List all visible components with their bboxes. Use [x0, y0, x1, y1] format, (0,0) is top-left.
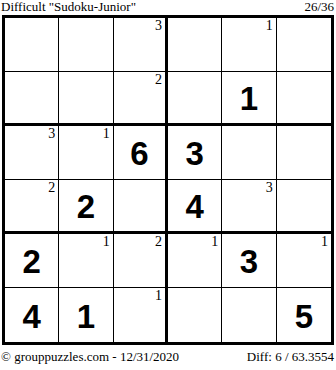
given-digit: 5 [295, 298, 313, 333]
cell-r3c5[interactable] [222, 126, 276, 180]
cell-r1c2[interactable] [59, 18, 113, 72]
pencil-mark: 3 [155, 18, 162, 33]
pencil-mark: 1 [103, 234, 110, 249]
footer: © grouppuzzles.com - 12/31/2020 Diff: 6 … [0, 349, 336, 369]
given-digit: 2 [77, 188, 95, 223]
copyright-text: © grouppuzzles.com - 12/31/2020 [0, 349, 179, 365]
cell-r2c6[interactable] [277, 72, 331, 126]
given-digit: 1 [240, 80, 258, 115]
header: Difficult "Sudoku-Junior" 26/36 [0, 0, 336, 15]
cell-r2c2[interactable] [59, 72, 113, 126]
cell-r6c3[interactable]: 1 [114, 288, 168, 342]
pencil-mark: 2 [155, 234, 162, 249]
cell-r3c6[interactable] [277, 126, 331, 180]
cell-r2c4[interactable] [168, 72, 222, 126]
cell-r1c3[interactable]: 3 [114, 18, 168, 72]
pencil-mark: 1 [103, 126, 110, 141]
cell-r1c4[interactable] [168, 18, 222, 72]
pencil-mark: 2 [155, 72, 162, 87]
cell-r1c5[interactable]: 1 [222, 18, 276, 72]
cell-r6c2[interactable]: 1 [59, 288, 113, 342]
pencil-mark: 1 [155, 288, 162, 303]
pencil-mark: 2 [48, 180, 55, 195]
pencil-mark: 1 [266, 18, 273, 33]
cell-r6c4[interactable] [168, 288, 222, 342]
puzzle-title: Difficult "Sudoku-Junior" [0, 0, 136, 14]
cell-r5c4[interactable]: 1 [168, 234, 222, 288]
pencil-mark: 1 [211, 234, 218, 249]
given-digit: 4 [185, 188, 203, 223]
given-digit: 3 [240, 243, 258, 278]
given-digit: 6 [130, 135, 148, 170]
given-digit: 2 [22, 243, 40, 278]
cell-r3c2[interactable]: 1 [59, 126, 113, 180]
cell-r2c5[interactable]: 1 [222, 72, 276, 126]
cell-r4c4[interactable]: 4 [168, 180, 222, 234]
cell-r1c1[interactable] [5, 18, 59, 72]
cell-r4c1[interactable]: 2 [5, 180, 59, 234]
given-digit: 3 [185, 135, 203, 170]
cell-r3c4[interactable]: 3 [168, 126, 222, 180]
cell-r4c2[interactable]: 2 [59, 180, 113, 234]
cell-r6c1[interactable]: 4 [5, 288, 59, 342]
given-digit: 4 [22, 298, 40, 333]
puzzle-page: Difficult "Sudoku-Junior" 26/36 31213163… [0, 0, 336, 370]
cell-r5c1[interactable]: 2 [5, 234, 59, 288]
cell-r5c5[interactable]: 3 [222, 234, 276, 288]
cell-r5c6[interactable]: 1 [277, 234, 331, 288]
cell-r2c3[interactable]: 2 [114, 72, 168, 126]
cell-r1c6[interactable] [277, 18, 331, 72]
cell-r5c3[interactable]: 2 [114, 234, 168, 288]
cell-r2c1[interactable] [5, 72, 59, 126]
cell-r3c1[interactable]: 3 [5, 126, 59, 180]
pencil-mark: 1 [321, 234, 328, 249]
cell-r5c2[interactable]: 1 [59, 234, 113, 288]
pencil-mark: 3 [48, 126, 55, 141]
given-digit: 1 [77, 298, 95, 333]
cell-r4c6[interactable] [277, 180, 331, 234]
cell-r3c3[interactable]: 6 [114, 126, 168, 180]
cell-r4c3[interactable] [114, 180, 168, 234]
cell-r6c6[interactable]: 5 [277, 288, 331, 342]
puzzle-counter: 26/36 [304, 0, 336, 14]
cell-r4c5[interactable]: 3 [222, 180, 276, 234]
pencil-mark: 3 [266, 180, 273, 195]
cell-r6c5[interactable] [222, 288, 276, 342]
difficulty-text: Diff: 6 / 63.3554 [247, 349, 336, 365]
sudoku-board: 3121316322432121314115 [2, 15, 334, 345]
